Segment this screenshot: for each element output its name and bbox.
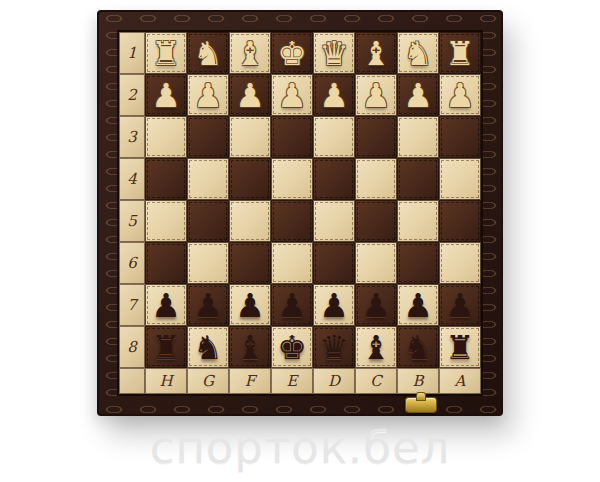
piece-black-bishop[interactable]: ♝ <box>235 331 265 364</box>
square-b1[interactable]: ♞ <box>397 32 439 74</box>
square-b8[interactable]: ♞ <box>397 326 439 368</box>
square-b3[interactable] <box>397 116 439 158</box>
file-label-c: C <box>355 368 397 394</box>
square-h8[interactable]: ♜ <box>145 326 187 368</box>
square-h7[interactable]: ♟ <box>145 284 187 326</box>
rank-label-5: 5 <box>119 200 145 242</box>
file-label-g: G <box>187 368 229 394</box>
square-h6[interactable] <box>145 242 187 284</box>
square-e2[interactable]: ♟ <box>271 74 313 116</box>
piece-black-pawn[interactable]: ♟ <box>403 289 433 322</box>
square-h4[interactable] <box>145 158 187 200</box>
piece-black-pawn[interactable]: ♟ <box>235 289 265 322</box>
square-g6[interactable] <box>187 242 229 284</box>
square-a6[interactable] <box>439 242 481 284</box>
square-a8[interactable]: ♜ <box>439 326 481 368</box>
file-label-f: F <box>229 368 271 394</box>
square-c3[interactable] <box>355 116 397 158</box>
square-g4[interactable] <box>187 158 229 200</box>
square-c5[interactable] <box>355 200 397 242</box>
rank-label-2: 2 <box>119 74 145 116</box>
piece-black-pawn[interactable]: ♟ <box>445 289 475 322</box>
piece-black-pawn[interactable]: ♟ <box>151 289 181 322</box>
square-e6[interactable] <box>271 242 313 284</box>
piece-white-king[interactable]: ♚ <box>277 37 307 70</box>
rank-label-6: 6 <box>119 242 145 284</box>
square-b2[interactable]: ♟ <box>397 74 439 116</box>
piece-white-knight[interactable]: ♞ <box>403 37 433 70</box>
square-d6[interactable] <box>313 242 355 284</box>
board-corner <box>119 368 145 394</box>
square-d5[interactable] <box>313 200 355 242</box>
piece-white-pawn[interactable]: ♟ <box>361 79 391 112</box>
square-c8[interactable]: ♝ <box>355 326 397 368</box>
square-d2[interactable]: ♟ <box>313 74 355 116</box>
piece-black-rook[interactable]: ♜ <box>151 331 181 364</box>
file-label-d: D <box>313 368 355 394</box>
square-g7[interactable]: ♟ <box>187 284 229 326</box>
square-f5[interactable] <box>229 200 271 242</box>
square-a2[interactable]: ♟ <box>439 74 481 116</box>
square-c6[interactable] <box>355 242 397 284</box>
rank-label-4: 4 <box>119 158 145 200</box>
piece-white-pawn[interactable]: ♟ <box>193 79 223 112</box>
piece-black-bishop[interactable]: ♝ <box>361 331 391 364</box>
piece-white-pawn[interactable]: ♟ <box>403 79 433 112</box>
piece-white-rook[interactable]: ♜ <box>151 37 181 70</box>
square-g2[interactable]: ♟ <box>187 74 229 116</box>
square-f3[interactable] <box>229 116 271 158</box>
square-b5[interactable] <box>397 200 439 242</box>
square-f2[interactable]: ♟ <box>229 74 271 116</box>
rank-label-3: 3 <box>119 116 145 158</box>
piece-black-pawn[interactable]: ♟ <box>193 289 223 322</box>
square-a7[interactable]: ♟ <box>439 284 481 326</box>
square-a5[interactable] <box>439 200 481 242</box>
square-b4[interactable] <box>397 158 439 200</box>
brass-clasp <box>406 398 436 412</box>
square-h3[interactable] <box>145 116 187 158</box>
square-f4[interactable] <box>229 158 271 200</box>
file-label-e: E <box>271 368 313 394</box>
file-label-a: A <box>439 368 481 394</box>
square-f6[interactable] <box>229 242 271 284</box>
square-g1[interactable]: ♞ <box>187 32 229 74</box>
square-f1[interactable]: ♝ <box>229 32 271 74</box>
file-label-h: H <box>145 368 187 394</box>
square-e5[interactable] <box>271 200 313 242</box>
chess-board: 1♜♞♝♚♛♝♞♜2♟♟♟♟♟♟♟♟34567♟♟♟♟♟♟♟♟8♜♞♝♚♛♝♞♜… <box>97 10 503 416</box>
square-c2[interactable]: ♟ <box>355 74 397 116</box>
piece-black-knight[interactable]: ♞ <box>193 331 223 364</box>
piece-white-bishop[interactable]: ♝ <box>235 37 265 70</box>
square-e7[interactable]: ♟ <box>271 284 313 326</box>
square-c4[interactable] <box>355 158 397 200</box>
piece-white-pawn[interactable]: ♟ <box>277 79 307 112</box>
square-g5[interactable] <box>187 200 229 242</box>
piece-white-pawn[interactable]: ♟ <box>445 79 475 112</box>
piece-black-queen[interactable]: ♛ <box>319 331 349 364</box>
piece-white-pawn[interactable]: ♟ <box>319 79 349 112</box>
square-e8[interactable]: ♚ <box>271 326 313 368</box>
square-h2[interactable]: ♟ <box>145 74 187 116</box>
square-d1[interactable]: ♛ <box>313 32 355 74</box>
watermark: спорток.бел <box>0 421 600 474</box>
piece-black-pawn[interactable]: ♟ <box>319 289 349 322</box>
square-g3[interactable] <box>187 116 229 158</box>
piece-black-pawn[interactable]: ♟ <box>277 289 307 322</box>
board-grid: 1♜♞♝♚♛♝♞♜2♟♟♟♟♟♟♟♟34567♟♟♟♟♟♟♟♟8♜♞♝♚♛♝♞♜… <box>119 32 481 394</box>
square-d7[interactable]: ♟ <box>313 284 355 326</box>
square-d4[interactable] <box>313 158 355 200</box>
square-g8[interactable]: ♞ <box>187 326 229 368</box>
piece-white-queen[interactable]: ♛ <box>319 37 349 70</box>
square-e1[interactable]: ♚ <box>271 32 313 74</box>
piece-white-pawn[interactable]: ♟ <box>151 79 181 112</box>
square-c7[interactable]: ♟ <box>355 284 397 326</box>
piece-white-pawn[interactable]: ♟ <box>235 79 265 112</box>
square-b7[interactable]: ♟ <box>397 284 439 326</box>
square-a1[interactable]: ♜ <box>439 32 481 74</box>
file-label-b: B <box>397 368 439 394</box>
piece-white-bishop[interactable]: ♝ <box>361 37 391 70</box>
square-a3[interactable] <box>439 116 481 158</box>
square-e3[interactable] <box>271 116 313 158</box>
square-f7[interactable]: ♟ <box>229 284 271 326</box>
piece-black-knight[interactable]: ♞ <box>403 331 433 364</box>
square-d8[interactable]: ♛ <box>313 326 355 368</box>
square-d3[interactable] <box>313 116 355 158</box>
square-h5[interactable] <box>145 200 187 242</box>
piece-black-rook[interactable]: ♜ <box>445 331 475 364</box>
square-b6[interactable] <box>397 242 439 284</box>
square-c1[interactable]: ♝ <box>355 32 397 74</box>
piece-white-rook[interactable]: ♜ <box>445 37 475 70</box>
piece-black-pawn[interactable]: ♟ <box>361 289 391 322</box>
square-a4[interactable] <box>439 158 481 200</box>
square-e4[interactable] <box>271 158 313 200</box>
piece-black-king[interactable]: ♚ <box>277 331 307 364</box>
rank-label-8: 8 <box>119 326 145 368</box>
rank-label-7: 7 <box>119 284 145 326</box>
square-f8[interactable]: ♝ <box>229 326 271 368</box>
rank-label-1: 1 <box>119 32 145 74</box>
square-h1[interactable]: ♜ <box>145 32 187 74</box>
piece-white-knight[interactable]: ♞ <box>193 37 223 70</box>
